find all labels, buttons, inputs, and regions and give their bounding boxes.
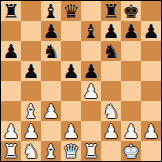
- black-pawn[interactable]: ♟: [102, 21, 119, 41]
- square-e5[interactable]: ♟: [81, 61, 101, 81]
- black-bishop[interactable]: ♝: [82, 21, 99, 41]
- white-pawn[interactable]: ♟: [42, 101, 59, 121]
- white-pawn[interactable]: ♟: [82, 81, 99, 101]
- square-f4[interactable]: [101, 81, 121, 101]
- square-c2[interactable]: [41, 121, 61, 141]
- square-d1[interactable]: ♛: [61, 141, 81, 161]
- square-e3[interactable]: [81, 101, 101, 121]
- black-queen[interactable]: ♛: [62, 1, 79, 21]
- square-g2[interactable]: ♟: [121, 121, 141, 141]
- black-knight[interactable]: ♞: [42, 41, 59, 61]
- square-a8[interactable]: ♜: [1, 1, 21, 21]
- white-knight[interactable]: ♞: [22, 141, 39, 161]
- square-g3[interactable]: [121, 101, 141, 121]
- square-h2[interactable]: ♟: [141, 121, 161, 141]
- square-a5[interactable]: [1, 61, 21, 81]
- square-e8[interactable]: [81, 1, 101, 21]
- white-knight[interactable]: ♞: [102, 101, 119, 121]
- square-f8[interactable]: ♜: [101, 1, 121, 21]
- square-c4[interactable]: [41, 81, 61, 101]
- square-c6[interactable]: ♞: [41, 41, 61, 61]
- square-b8[interactable]: [21, 1, 41, 21]
- black-pawn[interactable]: ♟: [122, 21, 139, 41]
- square-d6[interactable]: [61, 41, 81, 61]
- square-f1[interactable]: [101, 141, 121, 161]
- square-g1[interactable]: ♚: [121, 141, 141, 161]
- square-c8[interactable]: ♝: [41, 1, 61, 21]
- square-f6[interactable]: ♞: [101, 41, 121, 61]
- white-rook[interactable]: ♜: [2, 141, 19, 161]
- square-c5[interactable]: [41, 61, 61, 81]
- square-h4[interactable]: [141, 81, 161, 101]
- square-b2[interactable]: ♟: [21, 121, 41, 141]
- black-knight[interactable]: ♞: [102, 41, 119, 61]
- white-pawn[interactable]: ♟: [22, 121, 39, 141]
- square-d4[interactable]: [61, 81, 81, 101]
- square-f7[interactable]: ♟: [101, 21, 121, 41]
- square-f2[interactable]: ♟: [101, 121, 121, 141]
- white-pawn[interactable]: ♟: [142, 121, 159, 141]
- square-h3[interactable]: [141, 101, 161, 121]
- square-e2[interactable]: [81, 121, 101, 141]
- black-pawn[interactable]: ♟: [42, 21, 59, 41]
- square-d3[interactable]: [61, 101, 81, 121]
- square-g5[interactable]: [121, 61, 141, 81]
- square-c7[interactable]: ♟: [41, 21, 61, 41]
- square-b4[interactable]: [21, 81, 41, 101]
- white-pawn[interactable]: ♟: [62, 121, 79, 141]
- square-b3[interactable]: ♝: [21, 101, 41, 121]
- white-pawn[interactable]: ♟: [122, 121, 139, 141]
- white-bishop[interactable]: ♝: [42, 141, 59, 161]
- square-h6[interactable]: [141, 41, 161, 61]
- black-rook[interactable]: ♜: [2, 1, 19, 21]
- square-f5[interactable]: [101, 61, 121, 81]
- square-d2[interactable]: ♟: [61, 121, 81, 141]
- square-h8[interactable]: [141, 1, 161, 21]
- black-pawn[interactable]: ♟: [142, 21, 159, 41]
- square-f3[interactable]: ♞: [101, 101, 121, 121]
- white-pawn[interactable]: ♟: [2, 121, 19, 141]
- square-b6[interactable]: [21, 41, 41, 61]
- square-a1[interactable]: ♜: [1, 141, 21, 161]
- square-g4[interactable]: [121, 81, 141, 101]
- square-d8[interactable]: ♛: [61, 1, 81, 21]
- white-queen[interactable]: ♛: [62, 141, 79, 161]
- white-pawn[interactable]: ♟: [102, 121, 119, 141]
- white-bishop[interactable]: ♝: [22, 101, 39, 121]
- black-king[interactable]: ♚: [122, 1, 139, 21]
- black-pawn[interactable]: ♟: [2, 41, 19, 61]
- square-h7[interactable]: ♟: [141, 21, 161, 41]
- chess-board: ♜♝♛♜♚♟♝♟♟♟♟♞♞♟♟♟♟♝♟♞♟♟♟♟♟♟♜♞♝♛♜♚: [0, 0, 162, 162]
- square-c3[interactable]: ♟: [41, 101, 61, 121]
- square-b7[interactable]: [21, 21, 41, 41]
- square-c1[interactable]: ♝: [41, 141, 61, 161]
- square-e1[interactable]: ♜: [81, 141, 101, 161]
- square-g6[interactable]: [121, 41, 141, 61]
- square-e6[interactable]: [81, 41, 101, 61]
- square-b1[interactable]: ♞: [21, 141, 41, 161]
- square-a7[interactable]: [1, 21, 21, 41]
- square-e7[interactable]: ♝: [81, 21, 101, 41]
- square-a2[interactable]: ♟: [1, 121, 21, 141]
- square-a4[interactable]: [1, 81, 21, 101]
- square-h5[interactable]: [141, 61, 161, 81]
- white-king[interactable]: ♚: [122, 141, 139, 161]
- black-pawn[interactable]: ♟: [62, 61, 79, 81]
- square-h1[interactable]: [141, 141, 161, 161]
- square-d5[interactable]: ♟: [61, 61, 81, 81]
- black-pawn[interactable]: ♟: [22, 61, 39, 81]
- black-rook[interactable]: ♜: [102, 1, 119, 21]
- black-pawn[interactable]: ♟: [82, 61, 99, 81]
- square-g8[interactable]: ♚: [121, 1, 141, 21]
- square-g7[interactable]: ♟: [121, 21, 141, 41]
- white-rook[interactable]: ♜: [82, 141, 99, 161]
- square-a6[interactable]: ♟: [1, 41, 21, 61]
- square-e4[interactable]: ♟: [81, 81, 101, 101]
- square-d7[interactable]: [61, 21, 81, 41]
- square-a3[interactable]: [1, 101, 21, 121]
- square-b5[interactable]: ♟: [21, 61, 41, 81]
- black-bishop[interactable]: ♝: [42, 1, 59, 21]
